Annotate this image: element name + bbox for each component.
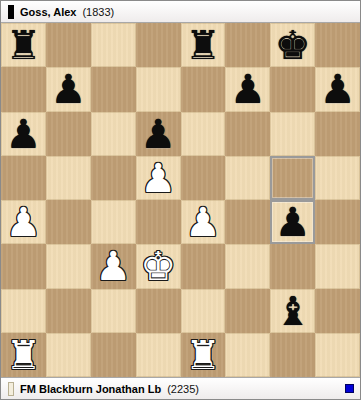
bottom-player-rating: (2235) xyxy=(167,383,199,395)
square-e1[interactable]: ♜ xyxy=(181,333,226,377)
square-a7[interactable] xyxy=(1,67,46,111)
square-c7[interactable] xyxy=(91,67,136,111)
square-f2[interactable] xyxy=(225,289,270,333)
bottom-player-name: FM Blackburn Jonathan Lb xyxy=(20,383,161,395)
square-g5[interactable] xyxy=(270,156,315,200)
square-e2[interactable] xyxy=(181,289,226,333)
white-rook[interactable]: ♜ xyxy=(6,335,42,375)
black-king[interactable]: ♚ xyxy=(275,25,311,65)
black-pawn[interactable]: ♟ xyxy=(50,69,86,109)
square-h8[interactable] xyxy=(315,23,360,67)
square-g7[interactable] xyxy=(270,67,315,111)
black-pawn[interactable]: ♟ xyxy=(275,202,311,242)
square-a3[interactable] xyxy=(1,244,46,288)
square-b1[interactable] xyxy=(46,333,91,377)
square-d3[interactable]: ♚ xyxy=(136,244,181,288)
black-pawn[interactable]: ♟ xyxy=(140,114,176,154)
square-e4[interactable]: ♟ xyxy=(181,200,226,244)
square-e5[interactable] xyxy=(181,156,226,200)
square-a2[interactable] xyxy=(1,289,46,333)
black-pawn[interactable]: ♟ xyxy=(230,69,266,109)
black-pawn[interactable]: ♟ xyxy=(6,114,42,154)
square-c6[interactable] xyxy=(91,112,136,156)
square-h2[interactable] xyxy=(315,289,360,333)
chess-game-window: Goss, Alex (1833) ♜♜♚♟♟♟♟♟♟♟♟♟♟♚♝♜♜ FM B… xyxy=(0,0,361,400)
square-g6[interactable] xyxy=(270,112,315,156)
square-b2[interactable] xyxy=(46,289,91,333)
square-f6[interactable] xyxy=(225,112,270,156)
square-e3[interactable] xyxy=(181,244,226,288)
square-h1[interactable] xyxy=(315,333,360,377)
square-b5[interactable] xyxy=(46,156,91,200)
black-color-swatch-icon xyxy=(8,5,14,19)
square-d6[interactable]: ♟ xyxy=(136,112,181,156)
square-g8[interactable]: ♚ xyxy=(270,23,315,67)
square-e8[interactable]: ♜ xyxy=(181,23,226,67)
white-king[interactable]: ♚ xyxy=(140,246,176,286)
square-c2[interactable] xyxy=(91,289,136,333)
white-pawn[interactable]: ♟ xyxy=(140,158,176,198)
square-b6[interactable] xyxy=(46,112,91,156)
square-d7[interactable] xyxy=(136,67,181,111)
white-pawn[interactable]: ♟ xyxy=(6,202,42,242)
square-a6[interactable]: ♟ xyxy=(1,112,46,156)
square-f1[interactable] xyxy=(225,333,270,377)
square-g2[interactable]: ♝ xyxy=(270,289,315,333)
square-e7[interactable] xyxy=(181,67,226,111)
black-rook[interactable]: ♜ xyxy=(185,25,221,65)
square-b8[interactable] xyxy=(46,23,91,67)
square-d4[interactable] xyxy=(136,200,181,244)
chess-board: ♜♜♚♟♟♟♟♟♟♟♟♟♟♚♝♜♜ xyxy=(1,23,360,377)
white-pawn[interactable]: ♟ xyxy=(95,246,131,286)
square-d5[interactable]: ♟ xyxy=(136,156,181,200)
square-b4[interactable] xyxy=(46,200,91,244)
black-bishop[interactable]: ♝ xyxy=(275,291,311,331)
square-f7[interactable]: ♟ xyxy=(225,67,270,111)
square-d1[interactable] xyxy=(136,333,181,377)
square-b7[interactable]: ♟ xyxy=(46,67,91,111)
square-h3[interactable] xyxy=(315,244,360,288)
square-h5[interactable] xyxy=(315,156,360,200)
square-a4[interactable]: ♟ xyxy=(1,200,46,244)
square-f8[interactable] xyxy=(225,23,270,67)
black-rook[interactable]: ♜ xyxy=(6,25,42,65)
square-d8[interactable] xyxy=(136,23,181,67)
bottom-player-bar: FM Blackburn Jonathan Lb (2235) xyxy=(1,377,360,399)
square-a5[interactable] xyxy=(1,156,46,200)
top-player-bar: Goss, Alex (1833) xyxy=(1,1,360,23)
white-color-swatch-icon xyxy=(8,382,14,396)
square-c4[interactable] xyxy=(91,200,136,244)
square-b3[interactable] xyxy=(46,244,91,288)
top-player-name: Goss, Alex xyxy=(20,6,76,18)
square-c8[interactable] xyxy=(91,23,136,67)
square-a1[interactable]: ♜ xyxy=(1,333,46,377)
square-c5[interactable] xyxy=(91,156,136,200)
square-f5[interactable] xyxy=(225,156,270,200)
white-pawn[interactable]: ♟ xyxy=(185,202,221,242)
square-h6[interactable] xyxy=(315,112,360,156)
square-a8[interactable]: ♜ xyxy=(1,23,46,67)
square-g3[interactable] xyxy=(270,244,315,288)
square-h4[interactable] xyxy=(315,200,360,244)
square-h7[interactable]: ♟ xyxy=(315,67,360,111)
square-c3[interactable]: ♟ xyxy=(91,244,136,288)
square-d2[interactable] xyxy=(136,289,181,333)
square-e6[interactable] xyxy=(181,112,226,156)
square-f4[interactable] xyxy=(225,200,270,244)
top-player-rating: (1833) xyxy=(82,6,114,18)
move-indicator xyxy=(345,384,354,393)
square-g1[interactable] xyxy=(270,333,315,377)
square-c1[interactable] xyxy=(91,333,136,377)
square-g4[interactable]: ♟ xyxy=(270,200,315,244)
black-pawn[interactable]: ♟ xyxy=(320,69,356,109)
square-f3[interactable] xyxy=(225,244,270,288)
white-rook[interactable]: ♜ xyxy=(185,335,221,375)
